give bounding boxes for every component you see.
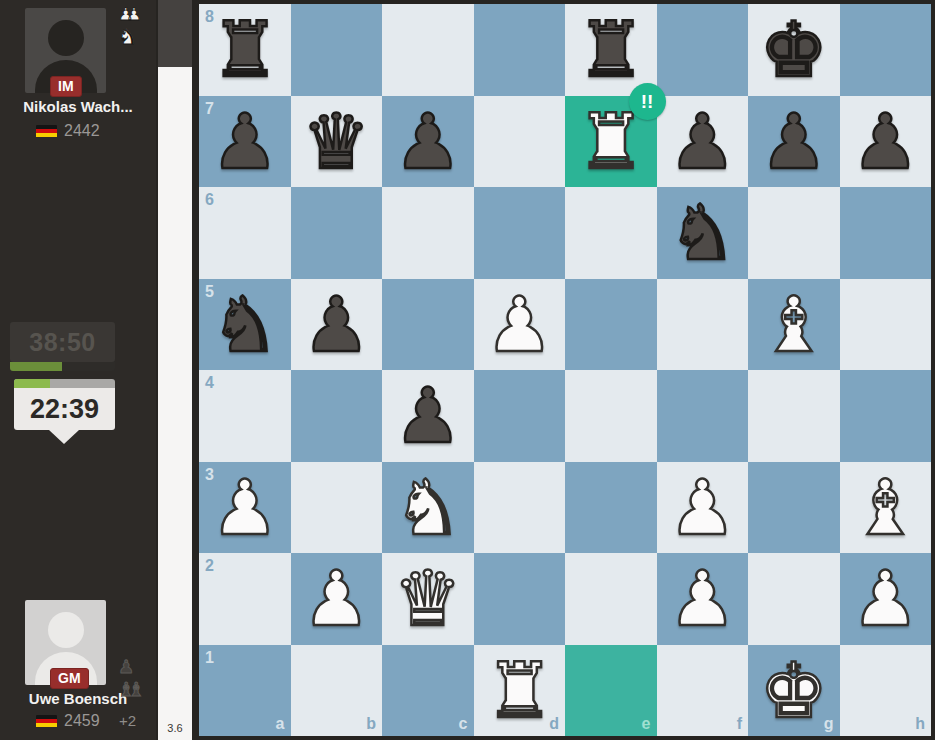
piece-black-pawn-h7[interactable]: ♟ [840, 96, 932, 188]
piece-white-pawn-f3[interactable]: ♟ [657, 462, 749, 554]
piece-white-bishop-h3[interactable]: ♝ [840, 462, 932, 554]
bottom-player-rating: 2459 [64, 712, 100, 730]
square-h8[interactable] [840, 4, 932, 96]
coord-rank-4: 4 [205, 375, 214, 391]
square-b6[interactable] [291, 187, 383, 279]
square-c8[interactable] [382, 4, 474, 96]
square-g1[interactable]: ♚g [748, 645, 840, 737]
square-c2[interactable]: ♛ [382, 553, 474, 645]
square-f6[interactable]: ♞ [657, 187, 749, 279]
square-b4[interactable] [291, 370, 383, 462]
piece-black-queen-b7[interactable]: ♛ [291, 96, 383, 188]
square-e7[interactable]: ♜!! [565, 96, 657, 188]
top-player-rating-row: 2442 [36, 122, 100, 140]
player-sidebar: IM Nikolas Wach... 2442 ♟♟ ♞ 38:50 22:39… [0, 0, 156, 740]
avatar-head-icon [48, 612, 84, 648]
piece-black-rook-e8[interactable]: ♜ [565, 4, 657, 96]
square-b3[interactable] [291, 462, 383, 554]
square-b1[interactable]: b [291, 645, 383, 737]
square-b5[interactable]: ♟ [291, 279, 383, 371]
coord-file-h: h [915, 716, 925, 732]
piece-black-pawn-f7[interactable]: ♟ [657, 96, 749, 188]
square-g4[interactable] [748, 370, 840, 462]
square-a6[interactable]: 6 [199, 187, 291, 279]
square-g5[interactable]: ♝ [748, 279, 840, 371]
square-d3[interactable] [474, 462, 566, 554]
coord-rank-8: 8 [205, 9, 214, 25]
coord-file-g: g [824, 716, 834, 732]
square-d1[interactable]: ♜d [474, 645, 566, 737]
square-f7[interactable]: ♟ [657, 96, 749, 188]
square-c1[interactable]: c [382, 645, 474, 737]
square-a2[interactable]: 2 [199, 553, 291, 645]
piece-white-pawn-h2[interactable]: ♟ [840, 553, 932, 645]
bottom-player-timebar [14, 379, 115, 388]
piece-black-pawn-c4[interactable]: ♟ [382, 370, 474, 462]
coord-rank-5: 5 [205, 284, 214, 300]
square-a5[interactable]: ♞5 [199, 279, 291, 371]
square-f4[interactable] [657, 370, 749, 462]
square-b2[interactable]: ♟ [291, 553, 383, 645]
captured-by-bottom: ♟ ♝♝ [118, 658, 158, 702]
square-g7[interactable]: ♟ [748, 96, 840, 188]
germany-flag-icon [36, 125, 57, 138]
piece-black-pawn-g7[interactable]: ♟ [748, 96, 840, 188]
evaluation-value: 3.6 [158, 722, 192, 734]
square-a4[interactable]: 4 [199, 370, 291, 462]
square-e2[interactable] [565, 553, 657, 645]
square-c3[interactable]: ♞ [382, 462, 474, 554]
square-d7[interactable] [474, 96, 566, 188]
square-b8[interactable] [291, 4, 383, 96]
square-d6[interactable] [474, 187, 566, 279]
coord-file-f: f [737, 716, 742, 732]
square-d4[interactable] [474, 370, 566, 462]
coord-rank-3: 3 [205, 467, 214, 483]
piece-white-knight-c3[interactable]: ♞ [382, 462, 474, 554]
piece-black-king-g8[interactable]: ♚ [748, 4, 840, 96]
square-e5[interactable] [565, 279, 657, 371]
square-g8[interactable]: ♚ [748, 4, 840, 96]
square-f1[interactable]: f [657, 645, 749, 737]
square-e6[interactable] [565, 187, 657, 279]
square-c4[interactable]: ♟ [382, 370, 474, 462]
piece-white-pawn-d5[interactable]: ♟ [474, 279, 566, 371]
square-a7[interactable]: ♟7 [199, 96, 291, 188]
square-h2[interactable]: ♟ [840, 553, 932, 645]
square-d5[interactable]: ♟ [474, 279, 566, 371]
germany-flag-icon [36, 715, 57, 728]
coord-rank-1: 1 [205, 650, 214, 666]
square-h1[interactable]: h [840, 645, 932, 737]
top-player-title-badge: IM [50, 76, 82, 97]
square-d2[interactable] [474, 553, 566, 645]
coord-rank-2: 2 [205, 558, 214, 574]
evaluation-bar-black-part [158, 0, 192, 67]
square-a3[interactable]: ♟3 [199, 462, 291, 554]
square-f8[interactable] [657, 4, 749, 96]
square-a1[interactable]: 1a [199, 645, 291, 737]
bottom-player-title-badge: GM [50, 668, 89, 689]
captured-white-knight-icon: ♞ [118, 26, 158, 47]
top-player-timebar [10, 362, 115, 371]
piece-black-pawn-b5[interactable]: ♟ [291, 279, 383, 371]
square-e4[interactable] [565, 370, 657, 462]
captured-by-top: ♟♟ ♞ [118, 6, 158, 50]
square-f2[interactable]: ♟ [657, 553, 749, 645]
square-f3[interactable]: ♟ [657, 462, 749, 554]
square-b7[interactable]: ♛ [291, 96, 383, 188]
captured-black-bishops-icon: ♝♝ [118, 680, 158, 699]
square-e3[interactable] [565, 462, 657, 554]
coord-rank-6: 6 [205, 192, 214, 208]
square-f5[interactable] [657, 279, 749, 371]
square-h7[interactable]: ♟ [840, 96, 932, 188]
piece-black-knight-f6[interactable]: ♞ [657, 187, 749, 279]
piece-black-pawn-c7[interactable]: ♟ [382, 96, 474, 188]
captured-black-pawn-icon: ♟ [118, 658, 158, 676]
piece-white-pawn-b2[interactable]: ♟ [291, 553, 383, 645]
square-h5[interactable] [840, 279, 932, 371]
top-player-timebar-fill [10, 362, 62, 371]
captured-white-pawns-icon: ♟♟ [118, 6, 158, 23]
square-g2[interactable] [748, 553, 840, 645]
evaluation-bar: 3.6 [158, 0, 192, 740]
coord-file-d: d [549, 716, 559, 732]
avatar-head-icon [48, 20, 84, 56]
square-c7[interactable]: ♟ [382, 96, 474, 188]
top-player-clock: 38:50 [10, 322, 115, 362]
bottom-player-clock: 22:39 [14, 388, 115, 430]
square-g6[interactable] [748, 187, 840, 279]
brilliant-move-badge: !! [629, 83, 666, 120]
piece-white-queen-c2[interactable]: ♛ [382, 553, 474, 645]
square-g3[interactable] [748, 462, 840, 554]
bottom-player-rating-row: 2459 [36, 712, 100, 730]
square-a8[interactable]: ♜8 [199, 4, 291, 96]
square-h6[interactable] [840, 187, 932, 279]
coord-rank-7: 7 [205, 101, 214, 117]
coord-file-b: b [366, 716, 376, 732]
square-e1[interactable]: e [565, 645, 657, 737]
material-advantage: +2 [119, 712, 136, 729]
top-player-name[interactable]: Nikolas Wach... [0, 98, 156, 115]
coord-file-c: c [459, 716, 468, 732]
square-c6[interactable] [382, 187, 474, 279]
piece-white-bishop-g5[interactable]: ♝ [748, 279, 840, 371]
top-player-rating: 2442 [64, 122, 100, 140]
square-h4[interactable] [840, 370, 932, 462]
square-c5[interactable] [382, 279, 474, 371]
chess-board[interactable]: ♜8♜♚♟7♛♟♜!!♟♟♟6♞♞5♟♟♝4♟♟3♞♟♝2♟♛♟♟1abc♜de… [199, 4, 931, 736]
coord-file-e: e [642, 716, 651, 732]
square-d8[interactable] [474, 4, 566, 96]
coord-file-a: a [276, 716, 285, 732]
square-h3[interactable]: ♝ [840, 462, 932, 554]
square-e8[interactable]: ♜ [565, 4, 657, 96]
piece-white-pawn-f2[interactable]: ♟ [657, 553, 749, 645]
bottom-player-timebar-fill [14, 379, 50, 388]
active-clock-pointer-icon [49, 430, 79, 444]
